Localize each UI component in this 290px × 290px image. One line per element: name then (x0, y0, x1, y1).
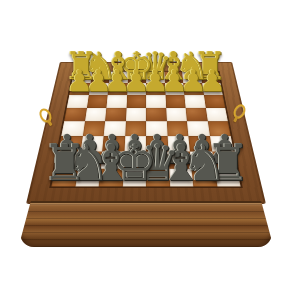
square-b7 (190, 152, 214, 169)
square-g1 (90, 72, 110, 83)
square-e3 (126, 95, 146, 108)
square-a3 (204, 95, 226, 108)
square-e1 (127, 72, 146, 83)
square-g3 (87, 95, 108, 108)
square-c8 (169, 168, 194, 186)
square-d3 (146, 95, 166, 108)
square-h1 (72, 72, 92, 83)
square-e5 (125, 121, 146, 136)
square-c3 (165, 95, 185, 108)
square-h4 (64, 108, 86, 122)
square-b5 (187, 121, 210, 136)
square-e2 (127, 83, 146, 95)
square-d1 (146, 72, 165, 83)
square-f5 (104, 121, 126, 136)
square-a8 (214, 168, 240, 186)
square-c6 (167, 136, 190, 152)
square-f4 (105, 108, 126, 122)
square-d7 (146, 152, 169, 169)
square-c7 (168, 152, 192, 169)
chess-case-front (20, 201, 272, 247)
square-e7 (123, 152, 146, 169)
square-a1 (200, 72, 220, 83)
chess-board (51, 72, 240, 187)
square-h8 (51, 168, 77, 186)
square-d8 (146, 168, 170, 186)
square-b1 (182, 72, 202, 83)
square-b8 (192, 168, 217, 186)
square-g7 (78, 152, 102, 169)
square-d5 (146, 121, 167, 136)
square-h3 (67, 95, 89, 108)
square-f1 (109, 72, 128, 83)
square-f7 (100, 152, 124, 169)
square-g4 (85, 108, 107, 122)
square-a7 (212, 152, 237, 169)
square-f8 (99, 168, 124, 186)
square-h6 (58, 136, 82, 152)
square-f2 (108, 83, 128, 95)
square-c1 (164, 72, 183, 83)
square-g5 (82, 121, 105, 136)
square-h5 (61, 121, 84, 136)
square-f6 (102, 136, 125, 152)
square-e6 (124, 136, 146, 152)
square-h2 (69, 83, 90, 95)
square-b4 (186, 108, 208, 122)
square-d6 (146, 136, 168, 152)
square-g8 (75, 168, 100, 186)
square-f3 (106, 95, 126, 108)
square-a2 (202, 83, 223, 95)
square-c2 (165, 83, 185, 95)
square-g6 (80, 136, 103, 152)
chess-case-top (26, 62, 266, 204)
square-a5 (207, 121, 230, 136)
square-b6 (188, 136, 211, 152)
square-d4 (146, 108, 166, 122)
square-a4 (205, 108, 227, 122)
square-g2 (88, 83, 108, 95)
square-a6 (210, 136, 234, 152)
chess-set-photo: ♜♞♝♛♚♝♞♜♟♟♟♟♟♟♟♟♟♟♟♟♟♟♟♟♜♞♝♛♚♝♞♜ (0, 0, 290, 290)
square-e4 (126, 108, 146, 122)
square-b2 (183, 83, 203, 95)
square-c4 (166, 108, 187, 122)
square-h7 (55, 152, 80, 169)
square-e8 (122, 168, 146, 186)
square-c5 (166, 121, 188, 136)
square-b3 (184, 95, 205, 108)
square-d2 (146, 83, 165, 95)
